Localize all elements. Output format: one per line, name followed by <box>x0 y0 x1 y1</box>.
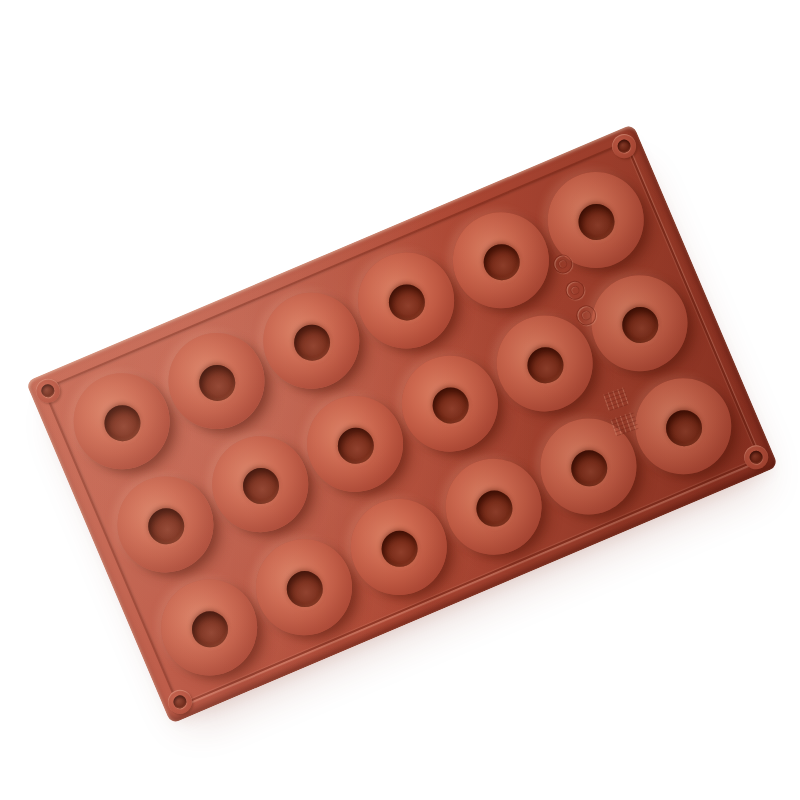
donut-hole <box>376 525 423 572</box>
screw-hole-2 <box>616 138 633 155</box>
donut-hole <box>143 503 190 550</box>
screw-hole-3 <box>748 449 765 466</box>
donut-hole <box>383 279 430 326</box>
donut-hole <box>617 301 664 348</box>
donut-hole <box>478 238 525 285</box>
donut-hole <box>471 485 518 532</box>
cavity-grid <box>26 124 634 382</box>
donut-hole <box>186 606 233 653</box>
donut-hole <box>573 198 620 245</box>
photo-background <box>0 0 800 800</box>
screw-hole-4 <box>171 693 188 710</box>
donut-hole <box>522 342 569 389</box>
donut-hole <box>237 462 284 509</box>
donut-hole <box>332 422 379 469</box>
donut-hole <box>660 404 707 451</box>
donut-hole <box>194 359 241 406</box>
donut-hole <box>288 319 335 366</box>
donut-hole <box>427 382 474 429</box>
donut-hole <box>281 565 328 612</box>
donut-hole <box>566 445 613 492</box>
donut-mold <box>26 124 779 724</box>
donut-hole <box>99 399 146 446</box>
screw-hole-1 <box>39 382 56 399</box>
